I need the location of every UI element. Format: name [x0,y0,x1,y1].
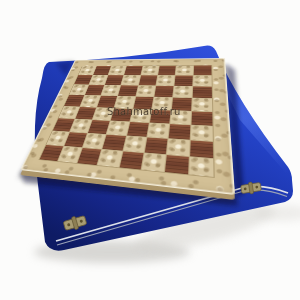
square [136,86,155,97]
square [127,122,149,137]
square [173,86,192,97]
square [192,98,212,111]
board-grid [40,65,214,176]
square [194,65,212,75]
square [111,108,132,121]
square [174,76,192,86]
square [122,75,140,85]
square [103,135,126,151]
square [168,124,190,140]
square [130,109,151,122]
square [115,96,135,108]
square [170,110,191,124]
square [189,157,213,177]
square [107,121,129,135]
square [191,125,213,141]
square [172,98,192,111]
square [158,66,176,75]
square [144,137,167,154]
square [152,97,172,109]
square [193,76,212,87]
square [141,153,165,172]
square [165,155,189,174]
square [138,75,156,85]
square [119,151,143,169]
square [118,86,137,97]
square [133,97,153,109]
scene: Shahmatoff.ru [0,0,300,300]
square [191,111,212,125]
square [147,123,169,138]
square [98,150,122,168]
square [150,110,171,124]
square [124,66,142,75]
square [123,136,146,152]
square [141,66,159,75]
square [154,86,173,97]
square [167,139,190,156]
square [175,66,193,76]
square [190,140,213,158]
square [156,76,174,86]
square [193,87,212,99]
